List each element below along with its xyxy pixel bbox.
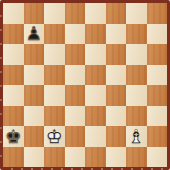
white-king-glyph: ♚ [44, 126, 65, 147]
square-c1[interactable] [44, 147, 65, 168]
square-g7[interactable] [126, 24, 147, 45]
white-king[interactable]: ♚♔ [44, 126, 65, 147]
square-c8[interactable] [44, 3, 65, 24]
square-g8[interactable] [126, 3, 147, 24]
white-bishop[interactable]: ♝♗ [126, 126, 147, 147]
square-a7[interactable] [3, 24, 24, 45]
frame-texture-bottom [3, 168, 167, 170]
square-a8[interactable] [3, 3, 24, 24]
square-e2[interactable] [85, 126, 106, 147]
square-h5[interactable] [147, 65, 168, 86]
black-pawn-glyph: ♟ [24, 24, 45, 45]
square-d8[interactable] [65, 3, 86, 24]
black-pawn-outline: ♙ [24, 24, 45, 45]
black-king-outline: ♔ [3, 126, 24, 147]
square-f3[interactable] [106, 106, 127, 127]
white-king-outline: ♔ [44, 126, 65, 147]
square-d4[interactable] [65, 85, 86, 106]
square-b5[interactable] [24, 65, 45, 86]
square-a1[interactable] [3, 147, 24, 168]
square-a5[interactable] [3, 65, 24, 86]
square-b2[interactable] [24, 126, 45, 147]
square-e6[interactable] [85, 44, 106, 65]
black-king-glyph: ♚ [3, 126, 24, 147]
square-d7[interactable] [65, 24, 86, 45]
square-d3[interactable] [65, 106, 86, 127]
square-e4[interactable] [85, 85, 106, 106]
square-b3[interactable] [24, 106, 45, 127]
square-h7[interactable] [147, 24, 168, 45]
square-c4[interactable] [44, 85, 65, 106]
white-bishop-glyph: ♝ [126, 126, 147, 147]
square-e1[interactable] [85, 147, 106, 168]
square-a2[interactable]: ♚♔ [3, 126, 24, 147]
square-g1[interactable] [126, 147, 147, 168]
square-g6[interactable] [126, 44, 147, 65]
square-h6[interactable] [147, 44, 168, 65]
square-a6[interactable] [3, 44, 24, 65]
square-c6[interactable] [44, 44, 65, 65]
square-b7[interactable]: ♟♙ [24, 24, 45, 45]
square-h1[interactable] [147, 147, 168, 168]
square-f6[interactable] [106, 44, 127, 65]
square-b1[interactable] [24, 147, 45, 168]
square-h3[interactable] [147, 106, 168, 127]
square-f5[interactable] [106, 65, 127, 86]
square-f2[interactable] [106, 126, 127, 147]
square-g2[interactable]: ♝♗ [126, 126, 147, 147]
square-d5[interactable] [65, 65, 86, 86]
square-h2[interactable] [147, 126, 168, 147]
square-a3[interactable] [3, 106, 24, 127]
square-c3[interactable] [44, 106, 65, 127]
black-king[interactable]: ♚♔ [3, 126, 24, 147]
square-e3[interactable] [85, 106, 106, 127]
square-d2[interactable] [65, 126, 86, 147]
square-a4[interactable] [3, 85, 24, 106]
chess-board: ♟♙♚♔♚♔♝♗ [0, 0, 170, 170]
square-h8[interactable] [147, 3, 168, 24]
square-c7[interactable] [44, 24, 65, 45]
square-c5[interactable] [44, 65, 65, 86]
square-e7[interactable] [85, 24, 106, 45]
square-g3[interactable] [126, 106, 147, 127]
square-e8[interactable] [85, 3, 106, 24]
white-bishop-outline: ♗ [126, 126, 147, 147]
square-h4[interactable] [147, 85, 168, 106]
board-grid: ♟♙♚♔♚♔♝♗ [3, 3, 167, 167]
square-f8[interactable] [106, 3, 127, 24]
square-f1[interactable] [106, 147, 127, 168]
black-pawn[interactable]: ♟♙ [24, 24, 45, 45]
square-f4[interactable] [106, 85, 127, 106]
square-f7[interactable] [106, 24, 127, 45]
square-g4[interactable] [126, 85, 147, 106]
square-d6[interactable] [65, 44, 86, 65]
square-e5[interactable] [85, 65, 106, 86]
square-c2[interactable]: ♚♔ [44, 126, 65, 147]
square-b4[interactable] [24, 85, 45, 106]
square-b6[interactable] [24, 44, 45, 65]
square-d1[interactable] [65, 147, 86, 168]
square-b8[interactable] [24, 3, 45, 24]
square-g5[interactable] [126, 65, 147, 86]
frame-texture-left [0, 3, 2, 167]
